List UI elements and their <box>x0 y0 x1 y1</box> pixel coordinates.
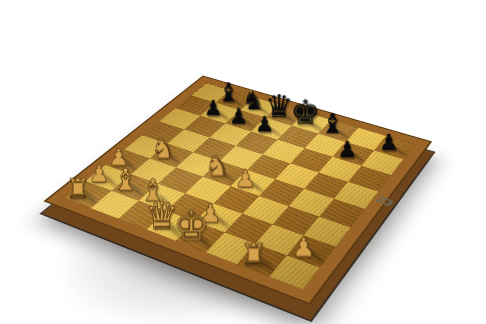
white-pawn[interactable]: ♟ <box>292 234 316 260</box>
black-pawn[interactable]: ♟ <box>255 113 274 135</box>
white-knight[interactable]: ♞ <box>151 135 176 163</box>
white-rook[interactable]: ♜ <box>240 240 267 270</box>
black-king[interactable]: ♚ <box>290 96 320 130</box>
white-bishop[interactable]: ♝ <box>112 165 139 195</box>
white-king[interactable]: ♚ <box>173 205 209 245</box>
chessboard-photo-scene: ♝♞♛♚♝♟♟♟♟♟♞♞♟♟♟♝♝♟♟♜♛♚♜ <box>0 0 486 324</box>
square-g5[interactable] <box>304 172 348 198</box>
black-bishop[interactable]: ♝ <box>320 110 345 137</box>
white-rook[interactable]: ♜ <box>66 175 91 202</box>
white-pawn[interactable]: ♟ <box>88 162 109 186</box>
black-pawn[interactable]: ♟ <box>229 106 248 127</box>
square-f5[interactable] <box>275 163 319 189</box>
square-h5[interactable] <box>334 182 378 209</box>
black-pawn[interactable]: ♟ <box>337 138 357 161</box>
black-pawn[interactable]: ♟ <box>379 132 399 154</box>
white-knight[interactable]: ♞ <box>204 153 230 181</box>
black-pawn[interactable]: ♟ <box>204 98 223 119</box>
white-pawn[interactable]: ♟ <box>235 167 256 191</box>
square-f6[interactable] <box>290 148 332 172</box>
